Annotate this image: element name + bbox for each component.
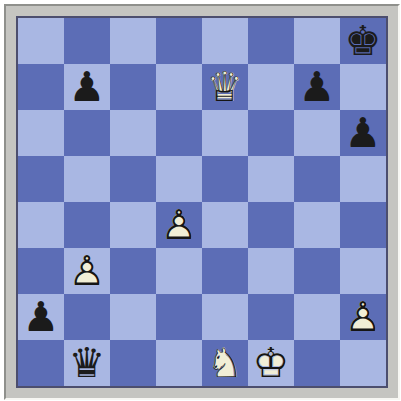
piece-black-pawn[interactable]: ♟ (294, 64, 340, 110)
square-d5[interactable] (156, 156, 202, 202)
square-b5[interactable] (64, 156, 110, 202)
queen-glyph: ♛ (64, 340, 110, 386)
square-g5[interactable] (294, 156, 340, 202)
square-f2[interactable] (248, 294, 294, 340)
pawn-outline-glyph: ♙ (340, 294, 386, 340)
square-f7[interactable] (248, 64, 294, 110)
square-e3[interactable] (202, 248, 248, 294)
square-b8[interactable] (64, 18, 110, 64)
piece-black-king[interactable]: ♚ (340, 18, 386, 64)
square-b1[interactable]: ♛ (64, 340, 110, 386)
knight-outline-glyph: ♘ (202, 340, 248, 386)
square-a6[interactable] (18, 110, 64, 156)
square-c7[interactable] (110, 64, 156, 110)
square-h2[interactable]: ♟♙ (340, 294, 386, 340)
square-d3[interactable] (156, 248, 202, 294)
square-g7[interactable]: ♟ (294, 64, 340, 110)
king-glyph: ♚ (340, 18, 386, 64)
square-e7[interactable]: ♛♕ (202, 64, 248, 110)
piece-black-queen[interactable]: ♛ (64, 340, 110, 386)
square-c2[interactable] (110, 294, 156, 340)
square-f5[interactable] (248, 156, 294, 202)
square-d7[interactable] (156, 64, 202, 110)
square-g3[interactable] (294, 248, 340, 294)
square-h7[interactable] (340, 64, 386, 110)
pawn-outline-glyph: ♙ (156, 202, 202, 248)
square-h1[interactable] (340, 340, 386, 386)
square-c6[interactable] (110, 110, 156, 156)
board-frame: ♚♟♛♕♟♟♟♙♟♙♟♟♙♛♞♘♚♔ (4, 4, 400, 400)
square-d1[interactable] (156, 340, 202, 386)
square-h4[interactable] (340, 202, 386, 248)
square-f1[interactable]: ♚♔ (248, 340, 294, 386)
square-f4[interactable] (248, 202, 294, 248)
square-h8[interactable]: ♚ (340, 18, 386, 64)
square-e1[interactable]: ♞♘ (202, 340, 248, 386)
pawn-outline-glyph: ♙ (64, 248, 110, 294)
square-d8[interactable] (156, 18, 202, 64)
square-d6[interactable] (156, 110, 202, 156)
square-c3[interactable] (110, 248, 156, 294)
pawn-glyph: ♟ (340, 110, 386, 156)
king-outline-glyph: ♔ (248, 340, 294, 386)
piece-black-pawn[interactable]: ♟ (18, 294, 64, 340)
square-h6[interactable]: ♟ (340, 110, 386, 156)
square-e6[interactable] (202, 110, 248, 156)
piece-black-pawn[interactable]: ♟ (64, 64, 110, 110)
pawn-glyph: ♟ (64, 64, 110, 110)
square-c5[interactable] (110, 156, 156, 202)
square-c4[interactable] (110, 202, 156, 248)
square-f3[interactable] (248, 248, 294, 294)
queen-outline-glyph: ♕ (202, 64, 248, 110)
square-b4[interactable] (64, 202, 110, 248)
square-g8[interactable] (294, 18, 340, 64)
square-b7[interactable]: ♟ (64, 64, 110, 110)
square-e2[interactable] (202, 294, 248, 340)
square-a4[interactable] (18, 202, 64, 248)
piece-white-king[interactable]: ♚♔ (248, 340, 294, 386)
square-a5[interactable] (18, 156, 64, 202)
square-f6[interactable] (248, 110, 294, 156)
square-b3[interactable]: ♟♙ (64, 248, 110, 294)
square-c1[interactable] (110, 340, 156, 386)
square-g4[interactable] (294, 202, 340, 248)
square-a1[interactable] (18, 340, 64, 386)
square-a2[interactable]: ♟ (18, 294, 64, 340)
square-f8[interactable] (248, 18, 294, 64)
square-b2[interactable] (64, 294, 110, 340)
square-e5[interactable] (202, 156, 248, 202)
square-h3[interactable] (340, 248, 386, 294)
pawn-glyph: ♟ (294, 64, 340, 110)
chess-app-window: ♚♟♛♕♟♟♟♙♟♙♟♟♙♛♞♘♚♔ (0, 0, 401, 401)
piece-white-queen[interactable]: ♛♕ (202, 64, 248, 110)
square-d4[interactable]: ♟♙ (156, 202, 202, 248)
square-e4[interactable] (202, 202, 248, 248)
piece-white-pawn[interactable]: ♟♙ (340, 294, 386, 340)
piece-white-pawn[interactable]: ♟♙ (64, 248, 110, 294)
square-b6[interactable] (64, 110, 110, 156)
piece-black-pawn[interactable]: ♟ (340, 110, 386, 156)
square-h5[interactable] (340, 156, 386, 202)
square-a8[interactable] (18, 18, 64, 64)
square-g2[interactable] (294, 294, 340, 340)
square-d2[interactable] (156, 294, 202, 340)
square-g6[interactable] (294, 110, 340, 156)
square-c8[interactable] (110, 18, 156, 64)
square-a7[interactable] (18, 64, 64, 110)
square-e8[interactable] (202, 18, 248, 64)
square-g1[interactable] (294, 340, 340, 386)
chess-board: ♚♟♛♕♟♟♟♙♟♙♟♟♙♛♞♘♚♔ (16, 16, 388, 388)
piece-white-pawn[interactable]: ♟♙ (156, 202, 202, 248)
square-a3[interactable] (18, 248, 64, 294)
piece-white-knight[interactable]: ♞♘ (202, 340, 248, 386)
pawn-glyph: ♟ (18, 294, 64, 340)
